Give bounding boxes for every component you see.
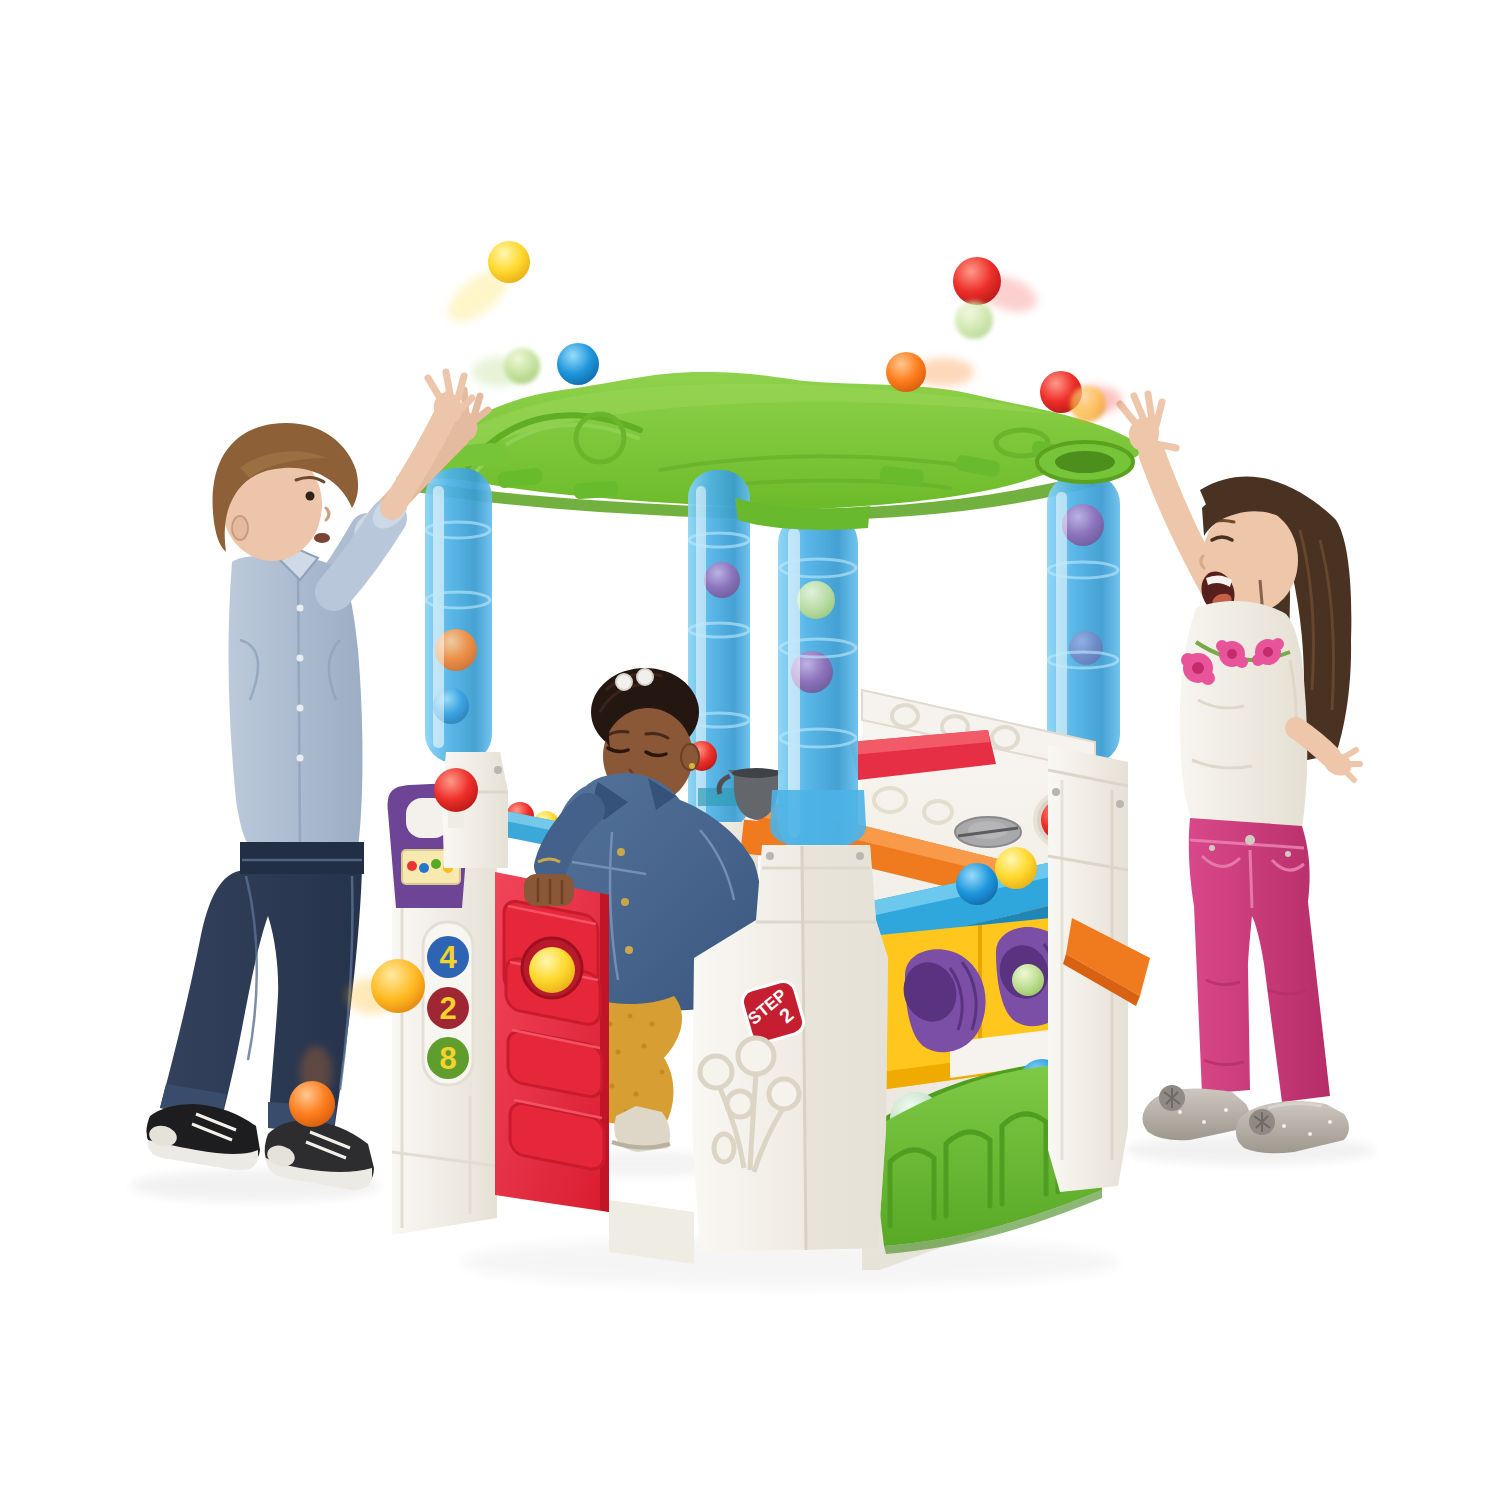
flying-ball-orange2 bbox=[289, 1081, 335, 1127]
number-button-4: 4 bbox=[439, 940, 457, 975]
canopy-roof bbox=[400, 372, 1140, 520]
boy-front-sleeve bbox=[334, 518, 388, 592]
boy-mouth bbox=[314, 533, 330, 543]
roof-corner-funnel bbox=[1037, 442, 1133, 482]
number-button-8: 8 bbox=[439, 1041, 456, 1076]
boy-jeans bbox=[160, 842, 364, 1132]
ball-in-funnel-green bbox=[1012, 964, 1044, 996]
hair-bobble bbox=[616, 674, 632, 690]
girl-right-pants bbox=[1189, 818, 1330, 1102]
ramp-ball-yellow bbox=[995, 847, 1037, 889]
ramp-ball-blue bbox=[956, 863, 998, 905]
flying-ball-ltgreen bbox=[504, 348, 540, 384]
flying-ball-amber2 bbox=[371, 959, 425, 1013]
door-ball-hole bbox=[522, 938, 582, 998]
ball-in-door-yellow bbox=[529, 947, 575, 993]
spinner-wheel bbox=[955, 817, 1021, 847]
number-button-2: 2 bbox=[439, 991, 456, 1026]
photo-canvas: 4 2 8 bbox=[0, 0, 1500, 1500]
front-door bbox=[495, 872, 609, 1212]
flying-ball-ltgreen2 bbox=[955, 301, 993, 339]
girl-right-tee bbox=[1180, 601, 1307, 828]
flying-ball-amber bbox=[1070, 386, 1106, 422]
boy-ear bbox=[232, 516, 248, 540]
girl-middle-hand bbox=[524, 874, 574, 906]
child-right-girl bbox=[1120, 394, 1360, 1153]
flying-ball-orange bbox=[886, 352, 926, 392]
boy-eye bbox=[306, 492, 315, 501]
hair-bobble2 bbox=[637, 669, 653, 685]
flying-ball-red bbox=[953, 257, 1001, 305]
flying-ball-blue bbox=[557, 343, 599, 385]
product-photo: 4 2 8 bbox=[0, 0, 1500, 1500]
boy-head bbox=[213, 423, 359, 561]
number-buttons-plaque: 4 2 8 bbox=[423, 922, 473, 1085]
flying-ball-yellow bbox=[488, 241, 530, 283]
